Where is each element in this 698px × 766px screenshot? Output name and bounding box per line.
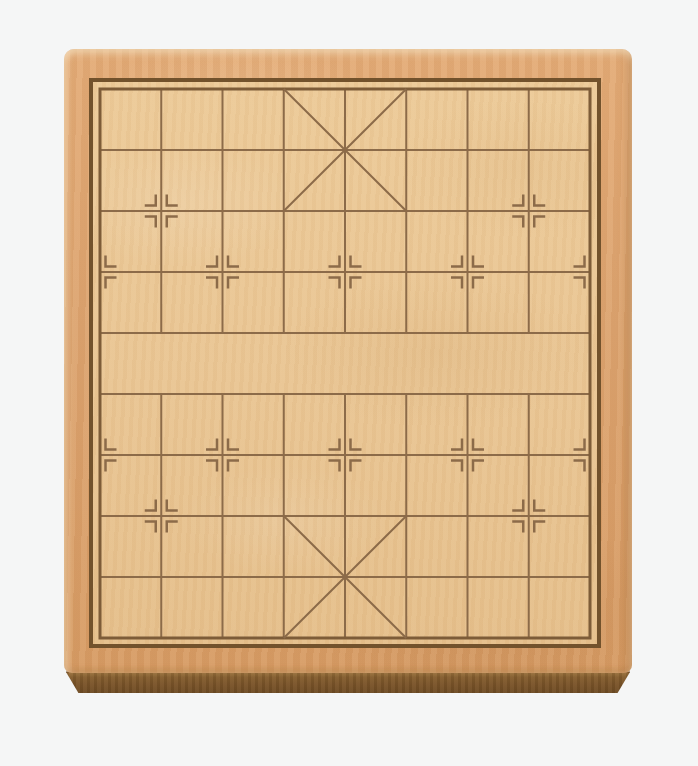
intersection[interactable]: [376, 242, 437, 303]
intersection[interactable]: [376, 181, 437, 242]
intersection[interactable]: [69, 59, 130, 120]
intersection[interactable]: [314, 608, 375, 669]
intersection[interactable]: [314, 181, 375, 242]
intersection[interactable]: [192, 364, 253, 425]
intersection[interactable]: [192, 242, 253, 303]
intersection[interactable]: [376, 608, 437, 669]
intersection[interactable]: [437, 242, 498, 303]
intersection[interactable]: [437, 303, 498, 364]
intersection[interactable]: [437, 364, 498, 425]
intersection[interactable]: [253, 425, 314, 486]
intersection[interactable]: [314, 120, 375, 181]
intersection[interactable]: [131, 425, 192, 486]
intersection[interactable]: [131, 242, 192, 303]
board-inner-panel: [89, 78, 601, 648]
board-grid: [100, 89, 590, 638]
intersection[interactable]: [376, 303, 437, 364]
intersection[interactable]: [559, 364, 620, 425]
intersection[interactable]: [69, 486, 130, 547]
intersection[interactable]: [192, 303, 253, 364]
intersection[interactable]: [131, 608, 192, 669]
page-background: [0, 0, 698, 766]
intersection[interactable]: [376, 486, 437, 547]
intersection[interactable]: [253, 303, 314, 364]
intersection[interactable]: [192, 425, 253, 486]
intersection[interactable]: [559, 120, 620, 181]
board-intersections: [69, 59, 620, 669]
intersection[interactable]: [69, 303, 130, 364]
intersection[interactable]: [253, 364, 314, 425]
intersection[interactable]: [131, 303, 192, 364]
intersection[interactable]: [192, 486, 253, 547]
intersection[interactable]: [131, 364, 192, 425]
intersection[interactable]: [131, 59, 192, 120]
intersection[interactable]: [376, 120, 437, 181]
intersection[interactable]: [559, 242, 620, 303]
intersection[interactable]: [253, 486, 314, 547]
intersection[interactable]: [559, 181, 620, 242]
intersection[interactable]: [437, 425, 498, 486]
intersection[interactable]: [314, 486, 375, 547]
intersection[interactable]: [498, 59, 559, 120]
intersection[interactable]: [69, 608, 130, 669]
intersection[interactable]: [559, 547, 620, 608]
intersection[interactable]: [498, 181, 559, 242]
intersection[interactable]: [498, 303, 559, 364]
intersection[interactable]: [559, 425, 620, 486]
intersection[interactable]: [437, 120, 498, 181]
board-bevel-edge: [66, 672, 630, 693]
intersection[interactable]: [314, 59, 375, 120]
intersection[interactable]: [314, 547, 375, 608]
intersection[interactable]: [559, 608, 620, 669]
intersection[interactable]: [498, 608, 559, 669]
intersection[interactable]: [559, 486, 620, 547]
intersection[interactable]: [192, 181, 253, 242]
intersection[interactable]: [314, 425, 375, 486]
intersection[interactable]: [69, 364, 130, 425]
intersection[interactable]: [314, 242, 375, 303]
intersection[interactable]: [192, 120, 253, 181]
intersection[interactable]: [559, 303, 620, 364]
intersection[interactable]: [498, 425, 559, 486]
intersection[interactable]: [498, 547, 559, 608]
intersection[interactable]: [192, 59, 253, 120]
intersection[interactable]: [498, 242, 559, 303]
intersection[interactable]: [376, 547, 437, 608]
intersection[interactable]: [437, 181, 498, 242]
intersection[interactable]: [437, 59, 498, 120]
intersection[interactable]: [69, 425, 130, 486]
intersection[interactable]: [559, 59, 620, 120]
intersection[interactable]: [376, 425, 437, 486]
intersection[interactable]: [498, 364, 559, 425]
intersection[interactable]: [437, 486, 498, 547]
intersection[interactable]: [69, 242, 130, 303]
xiangqi-board: [64, 49, 632, 673]
intersection[interactable]: [253, 547, 314, 608]
intersection[interactable]: [437, 608, 498, 669]
intersection[interactable]: [69, 120, 130, 181]
intersection[interactable]: [69, 181, 130, 242]
intersection[interactable]: [131, 486, 192, 547]
intersection[interactable]: [131, 120, 192, 181]
intersection[interactable]: [131, 547, 192, 608]
intersection[interactable]: [253, 242, 314, 303]
intersection[interactable]: [498, 486, 559, 547]
intersection[interactable]: [253, 120, 314, 181]
intersection[interactable]: [314, 303, 375, 364]
intersection[interactable]: [253, 59, 314, 120]
intersection[interactable]: [376, 59, 437, 120]
intersection[interactable]: [253, 608, 314, 669]
intersection[interactable]: [437, 547, 498, 608]
intersection[interactable]: [192, 547, 253, 608]
intersection[interactable]: [69, 547, 130, 608]
intersection[interactable]: [131, 181, 192, 242]
intersection[interactable]: [498, 120, 559, 181]
intersection[interactable]: [192, 608, 253, 669]
intersection[interactable]: [253, 181, 314, 242]
intersection[interactable]: [376, 364, 437, 425]
intersection[interactable]: [314, 364, 375, 425]
